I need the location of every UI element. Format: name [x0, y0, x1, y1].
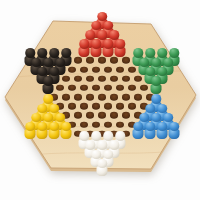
board-cell	[129, 102, 135, 111]
empty-hole[interactable]	[98, 112, 106, 119]
board-cell	[75, 111, 81, 120]
board-cell	[117, 47, 123, 56]
board-cell	[75, 93, 81, 102]
empty-hole[interactable]	[110, 112, 118, 119]
empty-hole[interactable]	[110, 94, 118, 101]
board-cell	[99, 74, 105, 83]
board-cell	[93, 102, 99, 111]
board-cell	[99, 93, 105, 102]
board-cell	[105, 47, 111, 56]
empty-hole[interactable]	[80, 66, 88, 73]
empty-hole[interactable]	[68, 85, 76, 92]
board-cell	[69, 83, 75, 92]
board-cell	[63, 129, 69, 138]
board-cell	[81, 47, 87, 56]
board-cell	[117, 65, 123, 74]
empty-hole[interactable]	[116, 66, 124, 73]
empty-hole[interactable]	[68, 103, 76, 110]
board-cell	[81, 83, 87, 92]
empty-hole[interactable]	[104, 103, 112, 110]
empty-hole[interactable]	[128, 103, 136, 110]
board-cell	[99, 56, 105, 65]
peg-blue[interactable]	[145, 129, 156, 139]
board-cell	[93, 65, 99, 74]
board-cell	[39, 129, 45, 138]
board-cell	[111, 111, 117, 120]
empty-hole[interactable]	[86, 112, 94, 119]
board-cell	[117, 120, 123, 129]
board-cell	[75, 56, 81, 65]
board-cell	[111, 93, 117, 102]
board-cell	[69, 102, 75, 111]
board-cell	[81, 65, 87, 74]
empty-hole[interactable]	[86, 94, 94, 101]
board-cell	[123, 74, 129, 83]
peg-blue[interactable]	[133, 129, 144, 139]
empty-hole[interactable]	[62, 94, 70, 101]
board-cell	[111, 74, 117, 83]
photo-scene	[0, 0, 200, 200]
empty-hole[interactable]	[74, 75, 82, 82]
empty-hole[interactable]	[86, 57, 94, 64]
empty-hole[interactable]	[134, 75, 142, 82]
board-cell	[81, 102, 87, 111]
empty-hole[interactable]	[62, 75, 70, 82]
empty-hole[interactable]	[122, 112, 130, 119]
empty-hole[interactable]	[116, 121, 124, 128]
empty-hole[interactable]	[92, 66, 100, 73]
board-cell	[69, 65, 75, 74]
empty-hole[interactable]	[80, 85, 88, 92]
board-cell	[123, 93, 129, 102]
empty-hole[interactable]	[74, 57, 82, 64]
empty-hole[interactable]	[128, 85, 136, 92]
board-cell	[105, 65, 111, 74]
empty-hole[interactable]	[68, 66, 76, 73]
board-cell	[117, 83, 123, 92]
empty-hole[interactable]	[80, 103, 88, 110]
board-cell	[105, 83, 111, 92]
board-cell	[141, 83, 147, 92]
empty-hole[interactable]	[92, 85, 100, 92]
empty-hole[interactable]	[98, 57, 106, 64]
empty-hole[interactable]	[104, 66, 112, 73]
empty-hole[interactable]	[134, 94, 142, 101]
board-cell	[87, 74, 93, 83]
peg-blue[interactable]	[169, 129, 180, 139]
empty-hole[interactable]	[74, 112, 82, 119]
board-cell	[93, 47, 99, 56]
empty-hole[interactable]	[128, 66, 136, 73]
board-cell	[129, 83, 135, 92]
board-cell	[123, 56, 129, 65]
board-cell	[135, 93, 141, 102]
board-cell	[87, 111, 93, 120]
empty-hole[interactable]	[110, 75, 118, 82]
peg-yellow[interactable]	[61, 129, 72, 139]
empty-hole[interactable]	[74, 94, 82, 101]
board-cell	[27, 129, 33, 138]
board-cell	[63, 74, 69, 83]
board-cell	[147, 129, 153, 138]
empty-hole[interactable]	[56, 85, 64, 92]
peg-yellow[interactable]	[25, 129, 36, 139]
empty-hole[interactable]	[98, 94, 106, 101]
board-grid	[27, 19, 177, 175]
board-cell	[81, 120, 87, 129]
board-cell	[87, 93, 93, 102]
board-cell	[153, 83, 159, 92]
empty-hole[interactable]	[92, 121, 100, 128]
empty-hole[interactable]	[104, 85, 112, 92]
board-cell	[159, 129, 165, 138]
board-cell	[123, 111, 129, 120]
board-cell	[75, 74, 81, 83]
peg-blue[interactable]	[157, 129, 168, 139]
empty-hole[interactable]	[122, 75, 130, 82]
board-cell	[105, 120, 111, 129]
board-cell	[135, 74, 141, 83]
peg-yellow[interactable]	[37, 129, 48, 139]
empty-hole[interactable]	[122, 57, 130, 64]
board-cell	[57, 83, 63, 92]
empty-hole[interactable]	[92, 103, 100, 110]
board-cell	[117, 102, 123, 111]
empty-hole[interactable]	[104, 121, 112, 128]
board-cell	[93, 120, 99, 129]
board-cell	[87, 56, 93, 65]
board-cell	[63, 93, 69, 102]
board-cell	[135, 129, 141, 138]
empty-hole[interactable]	[98, 75, 106, 82]
empty-hole[interactable]	[116, 85, 124, 92]
board-cell	[105, 102, 111, 111]
peg-yellow[interactable]	[49, 129, 60, 139]
empty-hole[interactable]	[116, 103, 124, 110]
board-cell	[99, 166, 105, 175]
empty-hole[interactable]	[110, 57, 118, 64]
empty-hole[interactable]	[122, 94, 130, 101]
board-cell	[93, 83, 99, 92]
board-cell	[45, 83, 51, 92]
board-cell	[51, 129, 57, 138]
empty-hole[interactable]	[86, 75, 94, 82]
empty-hole[interactable]	[140, 85, 148, 92]
board-cell	[129, 65, 135, 74]
board-cell	[99, 111, 105, 120]
board-cell	[171, 129, 177, 138]
empty-hole[interactable]	[80, 121, 88, 128]
board-cell	[111, 56, 117, 65]
peg-white[interactable]	[97, 166, 108, 176]
